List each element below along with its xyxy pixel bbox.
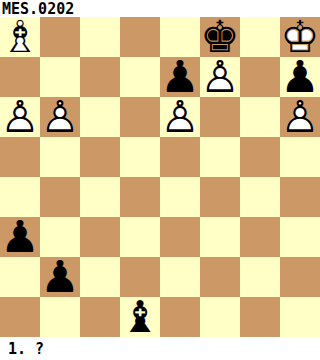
black-pawn-h7[interactable]: ♟ [280, 57, 320, 97]
square-d2[interactable] [120, 257, 160, 297]
white-pawn-f7[interactable]: ♙ [200, 57, 240, 97]
square-g4[interactable] [240, 177, 280, 217]
square-e5[interactable] [160, 137, 200, 177]
square-f1[interactable] [200, 297, 240, 337]
white-pawn-h6[interactable]: ♙ [280, 97, 320, 137]
square-c8[interactable] [80, 17, 120, 57]
square-e3[interactable] [160, 217, 200, 257]
square-d8[interactable] [120, 17, 160, 57]
square-f2[interactable] [200, 257, 240, 297]
square-d1[interactable]: ♝ [120, 297, 160, 337]
square-c5[interactable] [80, 137, 120, 177]
square-h6[interactable]: ♟♙ [280, 97, 320, 137]
square-b5[interactable] [40, 137, 80, 177]
square-g2[interactable] [240, 257, 280, 297]
square-a6[interactable]: ♟♙ [0, 97, 40, 137]
square-h4[interactable] [280, 177, 320, 217]
square-h1[interactable] [280, 297, 320, 337]
square-e2[interactable] [160, 257, 200, 297]
black-pawn-a3[interactable]: ♟ [0, 217, 40, 257]
square-f8[interactable]: ♚ [200, 17, 240, 57]
square-f4[interactable] [200, 177, 240, 217]
square-a4[interactable] [0, 177, 40, 217]
black-pawn-e7[interactable]: ♟ [160, 57, 200, 97]
square-f6[interactable] [200, 97, 240, 137]
chess-board[interactable]: ♝♗♚♚♔♟♟♙♟♟♙♟♙♟♙♟♙♟♟♝ [0, 17, 320, 337]
square-e7[interactable]: ♟ [160, 57, 200, 97]
square-a2[interactable] [0, 257, 40, 297]
square-b3[interactable] [40, 217, 80, 257]
white-pawn-fill: ♟ [0, 97, 40, 137]
square-e6[interactable]: ♟♙ [160, 97, 200, 137]
white-pawn-a6[interactable]: ♙ [0, 97, 40, 137]
square-h8[interactable]: ♚♔ [280, 17, 320, 57]
square-g6[interactable] [240, 97, 280, 137]
square-d6[interactable] [120, 97, 160, 137]
square-e1[interactable] [160, 297, 200, 337]
square-e8[interactable] [160, 17, 200, 57]
white-king-h8[interactable]: ♔ [280, 17, 320, 57]
square-c2[interactable] [80, 257, 120, 297]
black-king-f8[interactable]: ♚ [200, 17, 240, 57]
square-d5[interactable] [120, 137, 160, 177]
square-e4[interactable] [160, 177, 200, 217]
white-pawn-fill: ♟ [280, 97, 320, 137]
square-d4[interactable] [120, 177, 160, 217]
square-a8[interactable]: ♝♗ [0, 17, 40, 57]
square-b8[interactable] [40, 17, 80, 57]
square-f3[interactable] [200, 217, 240, 257]
square-g1[interactable] [240, 297, 280, 337]
white-pawn-b6[interactable]: ♙ [40, 97, 80, 137]
square-c6[interactable] [80, 97, 120, 137]
white-pawn-fill: ♟ [200, 57, 240, 97]
black-pawn-b2[interactable]: ♟ [40, 257, 80, 297]
square-d7[interactable] [120, 57, 160, 97]
square-g8[interactable] [240, 17, 280, 57]
square-a3[interactable]: ♟ [0, 217, 40, 257]
square-g7[interactable] [240, 57, 280, 97]
white-king-fill: ♚ [280, 17, 320, 57]
white-bishop-a8[interactable]: ♗ [0, 17, 40, 57]
square-g5[interactable] [240, 137, 280, 177]
square-h2[interactable] [280, 257, 320, 297]
square-b6[interactable]: ♟♙ [40, 97, 80, 137]
square-b2[interactable]: ♟ [40, 257, 80, 297]
black-bishop-d1[interactable]: ♝ [120, 297, 160, 337]
square-f7[interactable]: ♟♙ [200, 57, 240, 97]
square-c4[interactable] [80, 177, 120, 217]
square-a5[interactable] [0, 137, 40, 177]
square-h5[interactable] [280, 137, 320, 177]
square-b4[interactable] [40, 177, 80, 217]
square-c1[interactable] [80, 297, 120, 337]
square-b1[interactable] [40, 297, 80, 337]
white-pawn-fill: ♟ [160, 97, 200, 137]
square-h7[interactable]: ♟ [280, 57, 320, 97]
square-d3[interactable] [120, 217, 160, 257]
diagram-title: MES.0202 [2, 0, 74, 18]
square-c7[interactable] [80, 57, 120, 97]
white-bishop-fill: ♝ [0, 17, 40, 57]
square-g3[interactable] [240, 217, 280, 257]
square-a1[interactable] [0, 297, 40, 337]
square-c3[interactable] [80, 217, 120, 257]
square-h3[interactable] [280, 217, 320, 257]
white-pawn-fill: ♟ [40, 97, 80, 137]
square-f5[interactable] [200, 137, 240, 177]
white-pawn-e6[interactable]: ♙ [160, 97, 200, 137]
square-a7[interactable] [0, 57, 40, 97]
square-b7[interactable] [40, 57, 80, 97]
move-prompt: 1. ? [8, 340, 44, 358]
